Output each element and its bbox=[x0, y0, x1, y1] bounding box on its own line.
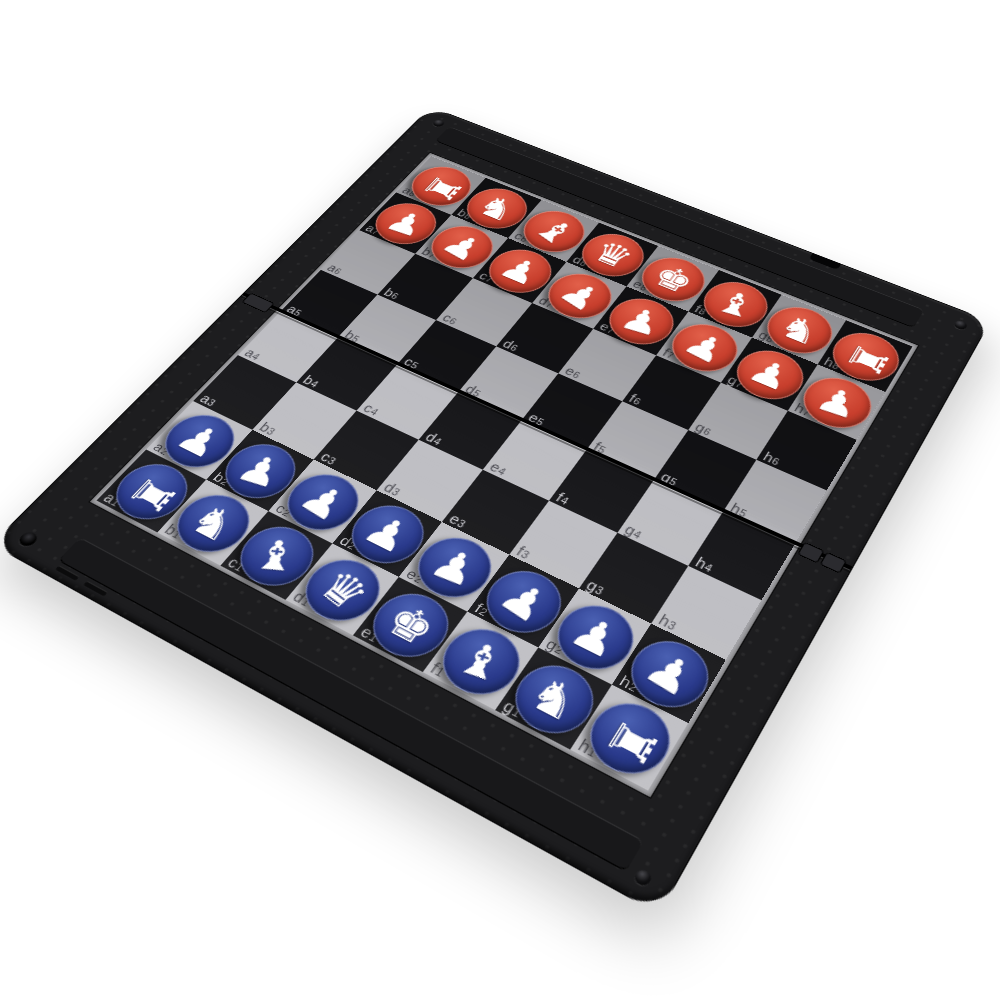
queen-icon: ♛ bbox=[586, 236, 639, 274]
hinge-knuckle bbox=[241, 293, 274, 313]
bishop-icon: ♝ bbox=[449, 633, 512, 689]
pawn-icon: ♟ bbox=[636, 644, 704, 704]
corner-screw bbox=[633, 868, 654, 888]
queen-icon: ♛ bbox=[309, 562, 377, 618]
pawn-icon: ♟ bbox=[356, 508, 420, 560]
pawn-icon: ♟ bbox=[230, 448, 290, 494]
pawn-icon: ♟ bbox=[423, 541, 486, 594]
hinge-knuckle bbox=[820, 552, 848, 574]
knight-icon: ♞ bbox=[520, 669, 588, 730]
bishop-icon: ♝ bbox=[710, 285, 760, 324]
corner-screw bbox=[953, 319, 968, 331]
folding-case: a8♜b8♞c8♝d8♛e8♚f8♝g8♞h8♜a7♟b7♟c7♟d7♟e7♟f… bbox=[0, 107, 991, 915]
pawn-icon: ♟ bbox=[676, 326, 733, 369]
chess-board: a8♜b8♞c8♝d8♛e8♚f8♝g8♞h8♜a7♟b7♟c7♟d7♟e7♟f… bbox=[90, 153, 918, 797]
knight-icon: ♞ bbox=[181, 498, 246, 549]
pawn-icon: ♟ bbox=[810, 381, 863, 425]
pawn-icon: ♟ bbox=[435, 228, 491, 266]
bishop-icon: ♝ bbox=[249, 534, 303, 578]
king-icon: ♚ bbox=[647, 260, 701, 299]
pawn-icon: ♟ bbox=[380, 206, 432, 242]
pawn-icon: ♟ bbox=[491, 574, 558, 630]
rook-icon: ♜ bbox=[838, 338, 895, 380]
pawn-icon: ♟ bbox=[615, 301, 667, 341]
rook-icon: ♜ bbox=[596, 711, 667, 773]
pawn-icon: ♟ bbox=[493, 252, 547, 291]
rook-icon: ♜ bbox=[120, 470, 185, 518]
product-photo-scene: a8♜b8♞c8♝d8♛e8♚f8♝g8♞h8♜a7♟b7♟c7♟d7♟e7♟f… bbox=[0, 0, 1000, 1000]
pawn-icon: ♟ bbox=[552, 276, 609, 317]
knight-icon: ♞ bbox=[471, 190, 523, 226]
pawn-icon: ♟ bbox=[291, 477, 355, 528]
corner-screw bbox=[431, 119, 445, 128]
bishop-icon: ♝ bbox=[527, 213, 583, 251]
knight-icon: ♞ bbox=[773, 309, 827, 351]
rook-icon: ♜ bbox=[415, 171, 468, 205]
pawn-icon: ♟ bbox=[169, 418, 231, 465]
pawn-icon: ♟ bbox=[563, 609, 628, 666]
king-icon: ♚ bbox=[377, 597, 444, 654]
board-grid: a8♜b8♞c8♝d8♛e8♚f8♝g8♞h8♜a7♟b7♟c7♟d7♟e7♟f… bbox=[97, 156, 913, 790]
pawn-icon: ♟ bbox=[742, 353, 798, 397]
corner-screw-hole bbox=[16, 530, 40, 549]
